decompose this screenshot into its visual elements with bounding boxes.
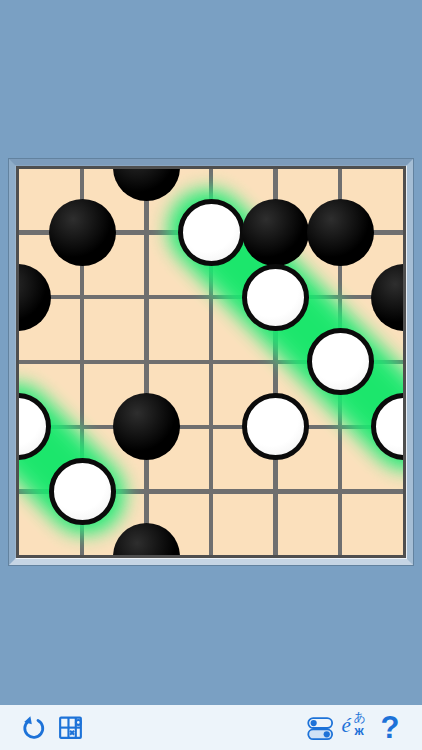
language-cyrillic-glyph: ж bbox=[355, 724, 364, 737]
question-mark-icon: ? bbox=[381, 710, 400, 746]
white-stone bbox=[49, 458, 116, 525]
language-hiragana-glyph: あ bbox=[354, 711, 366, 723]
language-latin-glyph: é bbox=[342, 715, 351, 736]
language-icon: é あ ж bbox=[342, 712, 369, 744]
white-stone bbox=[242, 393, 309, 460]
tic-tac-toe-board-icon bbox=[57, 714, 84, 741]
new-game-button[interactable] bbox=[55, 705, 85, 750]
black-stone bbox=[16, 264, 51, 331]
undo-icon bbox=[20, 715, 46, 741]
game-board[interactable] bbox=[16, 166, 406, 558]
undo-button[interactable] bbox=[18, 705, 48, 750]
black-stone bbox=[113, 393, 180, 460]
help-button[interactable]: ? bbox=[377, 705, 403, 750]
black-stone bbox=[307, 199, 374, 266]
white-stone bbox=[178, 199, 245, 266]
toggle-switches-icon bbox=[307, 715, 334, 741]
black-stone bbox=[242, 199, 309, 266]
black-stone bbox=[371, 264, 406, 331]
app-screen: é あ ж ? bbox=[0, 0, 422, 750]
bottom-toolbar: é あ ж ? bbox=[0, 705, 422, 750]
black-stone bbox=[113, 166, 180, 201]
language-button[interactable]: é あ ж bbox=[340, 705, 370, 750]
white-stone bbox=[307, 328, 374, 395]
black-stone bbox=[113, 523, 180, 558]
black-stone bbox=[49, 199, 116, 266]
white-stone bbox=[242, 264, 309, 331]
settings-button[interactable] bbox=[305, 705, 335, 750]
